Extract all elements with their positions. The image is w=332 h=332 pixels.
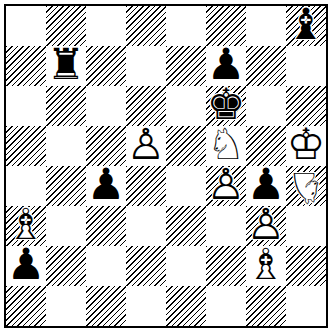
- piece-glyph: ♘: [206, 124, 246, 164]
- piece-black-pawn: ♟: [246, 166, 286, 206]
- square-f7[interactable]: ♟: [206, 46, 246, 86]
- square-b1[interactable]: [46, 286, 86, 326]
- square-g8[interactable]: [246, 6, 286, 46]
- square-h3[interactable]: [286, 206, 326, 246]
- square-e1[interactable]: [166, 286, 206, 326]
- square-f1[interactable]: [206, 286, 246, 326]
- square-a5[interactable]: [6, 126, 46, 166]
- square-b5[interactable]: [46, 126, 86, 166]
- piece-glyph: ♝: [286, 4, 326, 44]
- square-e4[interactable]: [166, 166, 206, 206]
- piece-fill-layer: ♚: [286, 124, 326, 164]
- square-c8[interactable]: [86, 6, 126, 46]
- square-g4[interactable]: ♟: [246, 166, 286, 206]
- piece-glyph: ♟: [206, 44, 246, 84]
- square-c6[interactable]: [86, 86, 126, 126]
- piece-fill-layer: ♝: [6, 204, 46, 244]
- chess-diagram-page: ♝♜♟♚♟♙♞♘♚♔♟♟♙♟♞♘♝♗♟♙♟♝♗: [0, 0, 332, 332]
- piece-white-bishop: ♝♗: [6, 206, 46, 246]
- square-e8[interactable]: [166, 6, 206, 46]
- square-f8[interactable]: [206, 6, 246, 46]
- square-e2[interactable]: [166, 246, 206, 286]
- square-b3[interactable]: [46, 206, 86, 246]
- piece-glyph: ♟: [86, 164, 126, 204]
- piece-glyph: ♚: [206, 84, 246, 124]
- piece-white-king: ♚♔: [286, 126, 326, 166]
- piece-black-pawn: ♟: [86, 166, 126, 206]
- piece-black-bishop: ♝: [286, 6, 326, 46]
- square-d2[interactable]: [126, 246, 166, 286]
- piece-fill-layer: ♟: [206, 164, 246, 204]
- square-h5[interactable]: ♚♔: [286, 126, 326, 166]
- piece-white-inverted-knight: ♞♘: [286, 166, 326, 206]
- piece-fill-layer: ♞: [206, 124, 246, 164]
- square-h1[interactable]: [286, 286, 326, 326]
- square-b4[interactable]: [46, 166, 86, 206]
- square-e7[interactable]: [166, 46, 206, 86]
- piece-white-pawn: ♟♙: [126, 126, 166, 166]
- square-e5[interactable]: [166, 126, 206, 166]
- square-d3[interactable]: [126, 206, 166, 246]
- square-h2[interactable]: [286, 246, 326, 286]
- piece-glyph: ♟: [6, 244, 46, 284]
- piece-white-knight: ♞♘: [206, 126, 246, 166]
- square-f6[interactable]: ♚: [206, 86, 246, 126]
- square-b2[interactable]: [46, 246, 86, 286]
- square-b6[interactable]: [46, 86, 86, 126]
- square-g5[interactable]: [246, 126, 286, 166]
- piece-white-pawn: ♟♙: [206, 166, 246, 206]
- piece-glyph: ♟: [246, 164, 286, 204]
- square-d7[interactable]: [126, 46, 166, 86]
- piece-black-pawn: ♟: [206, 46, 246, 86]
- square-e3[interactable]: [166, 206, 206, 246]
- square-b8[interactable]: [46, 6, 86, 46]
- square-d8[interactable]: [126, 6, 166, 46]
- square-g3[interactable]: ♟♙: [246, 206, 286, 246]
- piece-glyph: ♘: [286, 168, 326, 208]
- square-b7[interactable]: ♜: [46, 46, 86, 86]
- square-g2[interactable]: ♝♗: [246, 246, 286, 286]
- square-c5[interactable]: [86, 126, 126, 166]
- piece-black-king: ♚: [206, 86, 246, 126]
- square-d1[interactable]: [126, 286, 166, 326]
- square-g1[interactable]: [246, 286, 286, 326]
- piece-white-pawn: ♟♙: [246, 206, 286, 246]
- square-a6[interactable]: [6, 86, 46, 126]
- square-h4[interactable]: ♞♘: [286, 166, 326, 206]
- square-a4[interactable]: [6, 166, 46, 206]
- square-a1[interactable]: [6, 286, 46, 326]
- square-d5[interactable]: ♟♙: [126, 126, 166, 166]
- square-f4[interactable]: ♟♙: [206, 166, 246, 206]
- piece-glyph: ♙: [126, 124, 166, 164]
- square-h6[interactable]: [286, 86, 326, 126]
- square-c2[interactable]: [86, 246, 126, 286]
- piece-glyph: ♙: [206, 164, 246, 204]
- piece-glyph: ♗: [6, 204, 46, 244]
- square-h8[interactable]: ♝: [286, 6, 326, 46]
- piece-glyph: ♗: [246, 244, 286, 284]
- piece-glyph: ♜: [46, 44, 86, 84]
- square-f3[interactable]: [206, 206, 246, 246]
- square-f2[interactable]: [206, 246, 246, 286]
- square-c3[interactable]: [86, 206, 126, 246]
- square-f5[interactable]: ♞♘: [206, 126, 246, 166]
- square-e6[interactable]: [166, 86, 206, 126]
- square-g7[interactable]: [246, 46, 286, 86]
- square-h7[interactable]: [286, 46, 326, 86]
- square-a8[interactable]: [6, 6, 46, 46]
- square-c4[interactable]: ♟: [86, 166, 126, 206]
- square-a2[interactable]: ♟: [6, 246, 46, 286]
- piece-fill-layer: ♟: [246, 204, 286, 244]
- piece-fill-layer: ♝: [246, 244, 286, 284]
- square-c7[interactable]: [86, 46, 126, 86]
- square-g6[interactable]: [246, 86, 286, 126]
- piece-black-pawn: ♟: [6, 246, 46, 286]
- piece-glyph: ♙: [246, 204, 286, 244]
- chess-board: ♝♜♟♚♟♙♞♘♚♔♟♟♙♟♞♘♝♗♟♙♟♝♗: [4, 4, 328, 328]
- square-d6[interactable]: [126, 86, 166, 126]
- piece-white-bishop: ♝♗: [246, 246, 286, 286]
- piece-glyph: ♔: [286, 124, 326, 164]
- piece-fill-layer: ♞: [286, 168, 326, 208]
- piece-black-rook: ♜: [46, 46, 86, 86]
- square-a7[interactable]: [6, 46, 46, 86]
- square-d4[interactable]: [126, 166, 166, 206]
- square-a3[interactable]: ♝♗: [6, 206, 46, 246]
- square-c1[interactable]: [86, 286, 126, 326]
- piece-fill-layer: ♟: [126, 124, 166, 164]
